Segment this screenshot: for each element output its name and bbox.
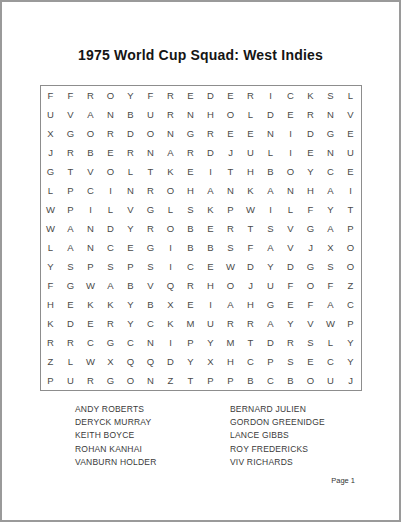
grid-cell: E [341,162,361,181]
grid-cell: A [61,219,81,238]
grid-cell: G [101,333,121,352]
grid-cell: T [341,200,361,219]
grid-cell: A [221,295,241,314]
grid-cell: U [41,105,61,124]
grid-cell: E [221,124,241,143]
grid-cell: P [341,314,361,333]
word-list-item: ROY FREDERICKS [230,443,325,456]
grid-cell: S [261,219,281,238]
grid-cell: A [81,105,101,124]
grid-cell: B [181,219,201,238]
grid-cell: F [41,86,61,105]
grid-cell: V [121,200,141,219]
grid-cell: E [301,352,321,371]
grid-cell: A [201,181,221,200]
grid-cell: R [41,333,61,352]
grid-cell: G [141,200,161,219]
grid-cell: Y [261,257,281,276]
grid-cell: E [101,143,121,162]
grid-cell: R [161,105,181,124]
grid-cell: D [301,124,321,143]
grid-cell: S [101,257,121,276]
grid-cell: A [321,181,341,200]
grid-cell: H [221,352,241,371]
grid-cell: D [261,333,281,352]
grid-cell: K [161,162,181,181]
grid-cell: S [281,352,301,371]
word-list-item: ROHAN KANHAI [75,443,230,456]
grid-cell: G [101,371,121,390]
grid-cell: W [41,219,61,238]
grid-cell: A [61,238,81,257]
grid-cell: R [221,314,241,333]
grid-cell: G [181,124,201,143]
grid-cell: Y [181,352,201,371]
grid-cell: L [341,86,361,105]
grid-cell: O [281,162,301,181]
grid-cell: A [321,295,341,314]
grid-cell: B [241,371,261,390]
grid-cell: U [241,143,261,162]
grid-cell: D [261,105,281,124]
grid-cell: A [261,181,281,200]
grid-cell: K [241,181,261,200]
grid-cell: R [221,219,241,238]
grid-cell: D [121,124,141,143]
grid-cell: D [201,86,221,105]
grid-cell: Y [201,333,221,352]
grid-cell: I [201,162,221,181]
puzzle-page: 1975 World Cup Squad: West Indies FFROYF… [0,0,401,522]
grid-cell: F [301,200,321,219]
grid-cell: C [121,333,141,352]
grid-cell: Q [121,352,141,371]
grid-cell: B [261,162,281,181]
grid-cell: E [61,295,81,314]
grid-cell: G [141,238,161,257]
grid-cell: R [181,276,201,295]
grid-cell: P [41,371,61,390]
grid-cell: A [321,219,341,238]
grid-cell: L [261,143,281,162]
grid-cell: N [321,143,341,162]
grid-cell: R [241,314,261,333]
grid-cell: Y [301,162,321,181]
page-title: 1975 World Cup Squad: West Indies [2,2,399,64]
grid-cell: T [241,333,261,352]
grid-cell: R [61,333,81,352]
grid-cell: B [141,295,161,314]
grid-cell: C [341,295,361,314]
grid-cell: E [281,295,301,314]
grid-cell: O [301,371,321,390]
grid-cell: O [101,162,121,181]
grid-cell: T [221,162,241,181]
grid-cell: M [181,314,201,333]
grid-cell: U [61,371,81,390]
grid-cell: W [221,257,241,276]
grid-cell: C [281,86,301,105]
grid-cell: L [41,238,61,257]
grid-cell: N [101,105,121,124]
word-list-item: VANBURN HOLDER [75,456,230,469]
grid-cell: R [81,371,101,390]
grid-cell: E [301,143,321,162]
grid-cell: B [121,276,141,295]
grid-cell: I [101,181,121,200]
word-list-item: ANDY ROBERTS [75,403,230,416]
grid-cell: W [81,352,101,371]
grid-cell: C [181,257,201,276]
grid-cell: V [141,276,161,295]
grid-cell: C [261,371,281,390]
grid-cell: O [101,86,121,105]
grid-cell: W [321,314,341,333]
grid-cell: S [321,86,341,105]
grid-cell: E [181,162,201,181]
grid-cell: S [321,257,341,276]
grid-cell: O [341,238,361,257]
grid-cell: S [61,257,81,276]
grid-cell: L [101,200,121,219]
grid-cell: S [221,238,241,257]
grid-cell: L [41,181,61,200]
grid-cell: U [261,276,281,295]
grid-cell: Y [121,314,141,333]
grid-cell: R [61,143,81,162]
grid-cell: I [161,257,181,276]
grid-cell: O [141,124,161,143]
grid-cell: H [201,105,221,124]
grid-cell: V [281,219,301,238]
grid-cell: N [141,333,161,352]
grid-cell: Q [141,352,161,371]
grid-cell: R [281,333,301,352]
grid-cell: E [81,314,101,333]
grid-cell: R [181,143,201,162]
grid-cell: J [301,238,321,257]
grid-cell: W [241,200,261,219]
grid-cell: G [261,295,281,314]
grid-cell: N [161,124,181,143]
grid-cell: J [221,143,241,162]
grid-cell: D [281,257,301,276]
grid-cell: P [181,333,201,352]
grid-cell: E [201,257,221,276]
grid-cell: L [281,200,301,219]
grid-cell: P [221,371,241,390]
grid-cell: O [301,276,321,295]
word-list: ANDY ROBERTSDERYCK MURRAYKEITH BOYCEROHA… [2,403,399,469]
grid-cell: K [101,295,121,314]
grid-cell: G [301,219,321,238]
grid-cell: X [41,124,61,143]
grid-cell: O [81,124,101,143]
grid-cell: Y [321,200,341,219]
grid-cell: W [81,276,101,295]
grid-cell: E [221,86,241,105]
grid-cell: N [221,181,241,200]
grid-cell: P [61,200,81,219]
grid-cell: N [321,105,341,124]
grid-cell: N [261,124,281,143]
word-list-item: DERYCK MURRAY [75,416,230,429]
grid-cell: V [61,105,81,124]
grid-cell: F [141,86,161,105]
word-list-column-1: ANDY ROBERTSDERYCK MURRAYKEITH BOYCEROHA… [75,403,230,469]
grid-cell: N [281,181,301,200]
grid-cell: N [81,238,101,257]
grid-cell: P [221,200,241,219]
grid-cell: R [141,219,161,238]
grid-cell: I [81,200,101,219]
grid-cell: R [141,181,161,200]
grid-cell: H [41,295,61,314]
grid-cell: R [101,124,121,143]
grid-cell: G [321,124,341,143]
grid-cell: U [321,371,341,390]
grid-cell: B [181,238,201,257]
grid-cell: E [181,86,201,105]
grid-cell: B [281,371,301,390]
grid-cell: V [301,314,321,333]
grid-cell: G [41,162,61,181]
grid-cell: G [301,257,321,276]
grid-cell: I [201,295,221,314]
grid-cell: R [101,314,121,333]
word-search-grid: FFROYFREDERICKSLUVANBURNHOLDERNVXGORDONG… [41,86,361,390]
grid-cell: Y [121,86,141,105]
grid-cell: D [61,314,81,333]
grid-cell: C [101,238,121,257]
grid-cell: I [261,86,281,105]
grid-cell: H [241,295,261,314]
grid-cell: F [61,86,81,105]
grid-cell: Y [281,314,301,333]
grid-cell: R [161,86,181,105]
grid-cell: K [41,314,61,333]
grid-cell: L [61,352,81,371]
grid-cell: F [321,276,341,295]
grid-cell: S [141,257,161,276]
grid-cell: D [101,219,121,238]
grid-cell: I [261,200,281,219]
word-search-grid-frame: FFROYFREDERICKSLUVANBURNHOLDERNVXGORDONG… [40,85,362,391]
grid-cell: F [301,295,321,314]
grid-cell: C [81,333,101,352]
grid-cell: X [321,238,341,257]
grid-cell: P [121,257,141,276]
grid-cell: I [341,181,361,200]
grid-cell: F [241,238,261,257]
grid-cell: A [261,238,281,257]
grid-cell: S [301,333,321,352]
grid-cell: D [241,257,261,276]
grid-cell: W [41,200,61,219]
grid-cell: O [221,276,241,295]
grid-cell: L [161,200,181,219]
grid-cell: Y [341,333,361,352]
grid-cell: N [181,105,201,124]
grid-cell: Z [341,276,361,295]
grid-cell: G [61,124,81,143]
grid-cell: D [161,352,181,371]
grid-cell: A [101,276,121,295]
grid-cell: J [41,143,61,162]
grid-cell: P [261,352,281,371]
grid-cell: K [301,86,321,105]
grid-cell: N [141,143,161,162]
word-list-item: BERNARD JULIEN [230,403,325,416]
grid-cell: Y [41,257,61,276]
grid-cell: D [201,143,221,162]
grid-cell: P [341,219,361,238]
grid-cell: E [241,124,261,143]
grid-cell: I [281,143,301,162]
grid-cell: C [321,352,341,371]
grid-cell: Y [121,295,141,314]
grid-cell: E [201,219,221,238]
grid-cell: O [161,219,181,238]
grid-cell: E [341,124,361,143]
grid-cell: B [121,105,141,124]
grid-cell: A [261,314,281,333]
grid-cell: K [161,314,181,333]
grid-cell: I [281,124,301,143]
grid-cell: X [161,295,181,314]
page-number: Page 1 [331,476,355,485]
grid-cell: F [281,276,301,295]
grid-cell: C [241,352,261,371]
grid-cell: O [221,105,241,124]
grid-cell: O [161,181,181,200]
grid-cell: S [181,200,201,219]
grid-cell: V [281,238,301,257]
grid-cell: K [81,295,101,314]
grid-cell: V [81,162,101,181]
grid-cell: P [61,181,81,200]
grid-cell: J [241,276,261,295]
grid-cell: K [201,200,221,219]
grid-cell: Q [161,276,181,295]
grid-cell: C [81,181,101,200]
grid-cell: B [81,143,101,162]
grid-cell: E [121,238,141,257]
grid-cell: T [241,219,261,238]
grid-cell: F [41,276,61,295]
grid-cell: G [61,276,81,295]
word-list-column-2: BERNARD JULIENGORDON GREENIDGELANCE GIBB… [230,403,325,469]
word-list-item: LANCE GIBBS [230,429,325,442]
grid-cell: Y [341,352,361,371]
grid-cell: Z [161,371,181,390]
grid-cell: C [141,314,161,333]
grid-cell: U [141,105,161,124]
grid-cell: X [101,352,121,371]
grid-cell: M [221,333,241,352]
grid-cell: J [341,371,361,390]
grid-cell: T [181,371,201,390]
grid-cell: I [161,238,181,257]
grid-cell: B [201,238,221,257]
grid-cell: I [161,333,181,352]
grid-cell: E [281,105,301,124]
grid-cell: N [121,181,141,200]
grid-cell: N [141,371,161,390]
grid-cell: Y [121,219,141,238]
grid-cell: R [241,86,261,105]
grid-cell: O [341,257,361,276]
grid-cell: E [181,295,201,314]
grid-cell: C [321,162,341,181]
grid-cell: R [81,86,101,105]
grid-cell: H [201,276,221,295]
word-list-item: VIV RICHARDS [230,456,325,469]
grid-cell: X [201,352,221,371]
grid-cell: Z [41,352,61,371]
grid-cell: H [181,181,201,200]
grid-cell: L [321,333,341,352]
word-list-item: GORDON GREENIDGE [230,416,325,429]
grid-cell: R [201,124,221,143]
grid-cell: T [141,162,161,181]
grid-cell: O [121,371,141,390]
grid-cell: A [161,143,181,162]
grid-cell: R [121,143,141,162]
grid-cell: T [61,162,81,181]
grid-cell: N [81,219,101,238]
word-list-item: KEITH BOYCE [75,429,230,442]
grid-cell: H [241,162,261,181]
grid-cell: R [301,105,321,124]
grid-cell: P [81,257,101,276]
grid-cell: H [301,181,321,200]
grid-cell: L [241,105,261,124]
grid-cell: L [121,162,141,181]
grid-cell: U [341,143,361,162]
grid-cell: V [341,105,361,124]
grid-cell: P [201,371,221,390]
grid-cell: U [201,314,221,333]
